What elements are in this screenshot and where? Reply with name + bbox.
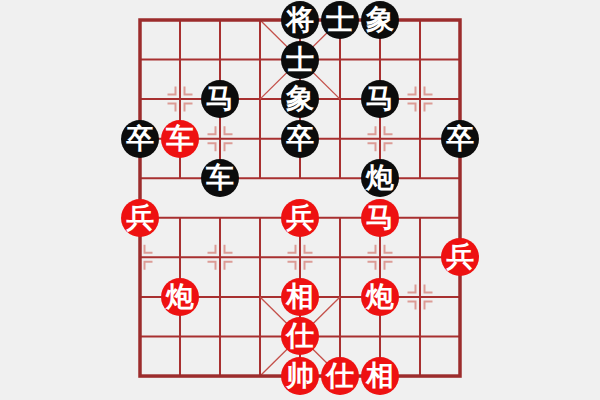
piece-black-elephant[interactable]: 象 (361, 1, 399, 39)
piece-red-elephant[interactable]: 相 (361, 357, 399, 395)
piece-black-horse[interactable]: 马 (361, 80, 399, 118)
xiangqi-board: 将士象士马象马卒车卒卒车炮兵兵马兵炮相炮仕帅仕相 (0, 0, 600, 400)
piece-black-advisor[interactable]: 士 (281, 41, 319, 79)
piece-black-elephant[interactable]: 象 (281, 80, 319, 118)
piece-black-cannon[interactable]: 炮 (361, 159, 399, 197)
piece-black-soldier[interactable]: 卒 (281, 120, 319, 158)
piece-black-general[interactable]: 将 (281, 1, 319, 39)
piece-black-chariot[interactable]: 车 (201, 159, 239, 197)
piece-red-soldier[interactable]: 兵 (441, 238, 479, 276)
piece-red-elephant[interactable]: 相 (281, 278, 319, 316)
piece-layer: 将士象士马象马卒车卒卒车炮兵兵马兵炮相炮仕帅仕相 (120, 0, 480, 396)
piece-red-advisor[interactable]: 仕 (321, 357, 359, 395)
piece-black-soldier[interactable]: 卒 (441, 120, 479, 158)
piece-red-horse[interactable]: 马 (361, 199, 399, 237)
piece-red-soldier[interactable]: 兵 (281, 199, 319, 237)
piece-red-soldier[interactable]: 兵 (121, 199, 159, 237)
piece-red-advisor[interactable]: 仕 (281, 317, 319, 355)
piece-black-advisor[interactable]: 士 (321, 1, 359, 39)
piece-red-cannon[interactable]: 炮 (361, 278, 399, 316)
piece-black-soldier[interactable]: 卒 (121, 120, 159, 158)
piece-red-general[interactable]: 帅 (281, 357, 319, 395)
piece-black-horse[interactable]: 马 (201, 80, 239, 118)
piece-red-cannon[interactable]: 炮 (161, 278, 199, 316)
piece-red-chariot[interactable]: 车 (161, 120, 199, 158)
